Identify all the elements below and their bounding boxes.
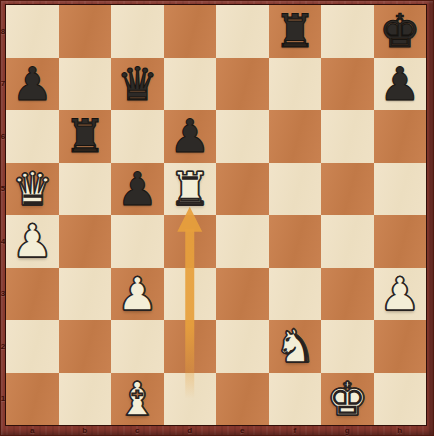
- square-g6[interactable]: [321, 110, 374, 163]
- square-h2[interactable]: [374, 320, 427, 373]
- square-f5[interactable]: [269, 163, 322, 216]
- square-c1[interactable]: ♝︎: [111, 373, 164, 426]
- square-h4[interactable]: [374, 215, 427, 268]
- square-b5[interactable]: [59, 163, 112, 216]
- file-label-a: a: [6, 425, 59, 436]
- square-a2[interactable]: [6, 320, 59, 373]
- square-a7[interactable]: ♟︎: [6, 58, 59, 111]
- chess-board[interactable]: ♜︎♚︎♟︎♛︎♟︎♜︎♟︎♛︎♟︎♜︎♟︎♟︎♟︎♞︎♝︎♚︎: [6, 5, 426, 425]
- rank-label-6: 6: [0, 110, 6, 163]
- square-c8[interactable]: [111, 5, 164, 58]
- square-h1[interactable]: [374, 373, 427, 426]
- square-a5[interactable]: ♛︎: [6, 163, 59, 216]
- square-c4[interactable]: [111, 215, 164, 268]
- square-a1[interactable]: [6, 373, 59, 426]
- rank-label-3: 3: [0, 268, 6, 321]
- square-a8[interactable]: [6, 5, 59, 58]
- square-h8[interactable]: ♚︎: [374, 5, 427, 58]
- square-d7[interactable]: [164, 58, 217, 111]
- white-pawn[interactable]: ♟︎: [379, 268, 420, 321]
- square-b1[interactable]: [59, 373, 112, 426]
- file-label-e: e: [216, 425, 269, 436]
- rank-label-1: 1: [0, 373, 6, 426]
- square-g3[interactable]: [321, 268, 374, 321]
- black-pawn[interactable]: ♟︎: [117, 163, 158, 216]
- square-f6[interactable]: [269, 110, 322, 163]
- square-e6[interactable]: [216, 110, 269, 163]
- square-g1[interactable]: ♚︎: [321, 373, 374, 426]
- square-d8[interactable]: [164, 5, 217, 58]
- black-pawn[interactable]: ♟︎: [169, 110, 210, 163]
- square-b4[interactable]: [59, 215, 112, 268]
- square-c3[interactable]: ♟︎: [111, 268, 164, 321]
- square-f3[interactable]: [269, 268, 322, 321]
- file-label-f: f: [269, 425, 322, 436]
- square-d2[interactable]: [164, 320, 217, 373]
- black-rook[interactable]: ♜︎: [64, 110, 105, 163]
- square-d5[interactable]: ♜︎: [164, 163, 217, 216]
- square-d4[interactable]: [164, 215, 217, 268]
- square-d6[interactable]: ♟︎: [164, 110, 217, 163]
- square-d1[interactable]: [164, 373, 217, 426]
- square-f7[interactable]: [269, 58, 322, 111]
- rank-label-5: 5: [0, 163, 6, 216]
- square-c7[interactable]: ♛︎: [111, 58, 164, 111]
- white-queen[interactable]: ♛︎: [12, 163, 53, 216]
- square-f4[interactable]: [269, 215, 322, 268]
- file-label-c: c: [111, 425, 164, 436]
- square-b6[interactable]: ♜︎: [59, 110, 112, 163]
- black-pawn[interactable]: ♟︎: [12, 58, 53, 111]
- black-queen[interactable]: ♛︎: [117, 58, 158, 111]
- board-frame: ♜︎♚︎♟︎♛︎♟︎♜︎♟︎♛︎♟︎♜︎♟︎♟︎♟︎♞︎♝︎♚︎ 8765432…: [0, 0, 434, 436]
- square-b8[interactable]: [59, 5, 112, 58]
- square-e4[interactable]: [216, 215, 269, 268]
- square-a6[interactable]: [6, 110, 59, 163]
- square-c5[interactable]: ♟︎: [111, 163, 164, 216]
- black-pawn[interactable]: ♟︎: [379, 58, 420, 111]
- square-a4[interactable]: ♟︎: [6, 215, 59, 268]
- white-pawn[interactable]: ♟︎: [12, 215, 53, 268]
- square-g8[interactable]: [321, 5, 374, 58]
- rank-label-4: 4: [0, 215, 6, 268]
- square-f2[interactable]: ♞︎: [269, 320, 322, 373]
- square-e8[interactable]: [216, 5, 269, 58]
- square-h6[interactable]: [374, 110, 427, 163]
- square-f8[interactable]: ♜︎: [269, 5, 322, 58]
- square-g2[interactable]: [321, 320, 374, 373]
- file-label-b: b: [59, 425, 112, 436]
- white-bishop[interactable]: ♝︎: [117, 373, 158, 426]
- file-label-d: d: [164, 425, 217, 436]
- square-g7[interactable]: [321, 58, 374, 111]
- square-b7[interactable]: [59, 58, 112, 111]
- square-f1[interactable]: [269, 373, 322, 426]
- file-label-g: g: [321, 425, 374, 436]
- square-g4[interactable]: [321, 215, 374, 268]
- black-king[interactable]: ♚︎: [379, 5, 420, 58]
- square-e2[interactable]: [216, 320, 269, 373]
- rank-label-7: 7: [0, 58, 6, 111]
- square-e7[interactable]: [216, 58, 269, 111]
- square-d3[interactable]: [164, 268, 217, 321]
- square-a3[interactable]: [6, 268, 59, 321]
- square-h5[interactable]: [374, 163, 427, 216]
- rank-label-2: 2: [0, 320, 6, 373]
- white-king[interactable]: ♚︎: [327, 373, 368, 426]
- square-e5[interactable]: [216, 163, 269, 216]
- square-b2[interactable]: [59, 320, 112, 373]
- rank-label-8: 8: [0, 5, 6, 58]
- square-g5[interactable]: [321, 163, 374, 216]
- white-rook[interactable]: ♜︎: [169, 163, 210, 216]
- black-rook[interactable]: ♜︎: [274, 5, 315, 58]
- square-e3[interactable]: [216, 268, 269, 321]
- square-c2[interactable]: [111, 320, 164, 373]
- file-label-h: h: [374, 425, 427, 436]
- square-b3[interactable]: [59, 268, 112, 321]
- square-e1[interactable]: [216, 373, 269, 426]
- square-h3[interactable]: ♟︎: [374, 268, 427, 321]
- square-h7[interactable]: ♟︎: [374, 58, 427, 111]
- square-c6[interactable]: [111, 110, 164, 163]
- white-knight[interactable]: ♞︎: [274, 320, 315, 373]
- white-pawn[interactable]: ♟︎: [117, 268, 158, 321]
